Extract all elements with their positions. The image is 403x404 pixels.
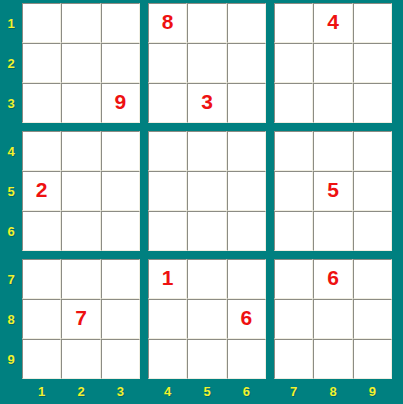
sudoku-cell-r3c8[interactable] [313,83,352,123]
col-label-5: 5 [187,379,226,404]
sudoku-box: 16 [148,259,266,379]
sudoku-cell-r8c8[interactable] [313,299,352,339]
row-label-5: 5 [0,171,22,211]
sudoku-cell-r6c6[interactable] [227,211,266,251]
col-label-group: 456 [148,379,266,404]
sudoku-cell-r6c8[interactable] [313,211,352,251]
sudoku-cell-r3c7[interactable] [274,83,313,123]
sudoku-cell-r1c2[interactable] [61,3,100,43]
col-label-group: 789 [274,379,392,404]
sudoku-cell-r4c2[interactable] [61,131,100,171]
col-label-3: 3 [101,379,140,404]
sudoku-cell-r1c5[interactable] [187,3,226,43]
sudoku-cell-r8c6[interactable]: 6 [227,299,266,339]
sudoku-cell-r5c3[interactable] [101,171,140,211]
sudoku-cell-r6c5[interactable] [187,211,226,251]
sudoku-cell-r9c6[interactable] [227,339,266,379]
sudoku-cell-r2c7[interactable] [274,43,313,83]
sudoku-cell-r8c3[interactable] [101,299,140,339]
sudoku-cell-r1c8[interactable]: 4 [313,3,352,43]
sudoku-cell-r8c1[interactable] [22,299,61,339]
sudoku-cell-r9c8[interactable] [313,339,352,379]
sudoku-cell-r5c7[interactable] [274,171,313,211]
sudoku-cell-r8c4[interactable] [148,299,187,339]
sudoku-cell-r6c3[interactable] [101,211,140,251]
sudoku-cell-r5c5[interactable] [187,171,226,211]
sudoku-cell-r9c7[interactable] [274,339,313,379]
row-label-6: 6 [0,211,22,251]
sudoku-box: 5 [274,131,392,251]
sudoku-cell-r2c3[interactable] [101,43,140,83]
sudoku-board: 9834257166 [22,3,392,379]
sudoku-cell-r3c3[interactable]: 9 [101,83,140,123]
sudoku-cell-r6c9[interactable] [353,211,392,251]
sudoku-box: 4 [274,3,392,123]
sudoku-cell-r8c9[interactable] [353,299,392,339]
sudoku-cell-r6c4[interactable] [148,211,187,251]
sudoku-cell-r8c7[interactable] [274,299,313,339]
sudoku-cell-r5c9[interactable] [353,171,392,211]
sudoku-cell-r9c2[interactable] [61,339,100,379]
sudoku-cell-r1c6[interactable] [227,3,266,43]
sudoku-page: 123456789 9834257166 123456789 [0,0,403,404]
sudoku-cell-r2c1[interactable] [22,43,61,83]
sudoku-cell-r7c4[interactable]: 1 [148,259,187,299]
sudoku-cell-r9c1[interactable] [22,339,61,379]
row-label-9: 9 [0,339,22,379]
col-label-group: 123 [22,379,140,404]
sudoku-cell-r5c8[interactable]: 5 [313,171,352,211]
sudoku-cell-r8c2[interactable]: 7 [61,299,100,339]
sudoku-cell-r9c4[interactable] [148,339,187,379]
sudoku-cell-r7c9[interactable] [353,259,392,299]
sudoku-cell-r2c8[interactable] [313,43,352,83]
col-label-4: 4 [148,379,187,404]
sudoku-cell-r7c6[interactable] [227,259,266,299]
row-label-2: 2 [0,43,22,83]
sudoku-cell-r2c4[interactable] [148,43,187,83]
sudoku-cell-r4c6[interactable] [227,131,266,171]
sudoku-cell-r2c9[interactable] [353,43,392,83]
col-label-7: 7 [274,379,313,404]
col-label-8: 8 [313,379,352,404]
sudoku-cell-r5c6[interactable] [227,171,266,211]
sudoku-cell-r7c8[interactable]: 6 [313,259,352,299]
sudoku-cell-r1c7[interactable] [274,3,313,43]
col-label-1: 1 [22,379,61,404]
sudoku-cell-r8c5[interactable] [187,299,226,339]
sudoku-cell-r3c1[interactable] [22,83,61,123]
sudoku-cell-r4c8[interactable] [313,131,352,171]
row-labels: 123456789 [0,3,22,379]
row-label-3: 3 [0,83,22,123]
col-label-6: 6 [227,379,266,404]
sudoku-cell-r4c4[interactable] [148,131,187,171]
row-label-group: 456 [0,131,22,251]
sudoku-cell-r9c9[interactable] [353,339,392,379]
col-label-2: 2 [61,379,100,404]
sudoku-cell-r1c1[interactable] [22,3,61,43]
sudoku-cell-r6c1[interactable] [22,211,61,251]
sudoku-cell-r9c5[interactable] [187,339,226,379]
sudoku-box: 9 [22,3,140,123]
sudoku-cell-r2c2[interactable] [61,43,100,83]
sudoku-cell-r1c3[interactable] [101,3,140,43]
row-label-1: 1 [0,3,22,43]
row-label-4: 4 [0,131,22,171]
sudoku-cell-r5c2[interactable] [61,171,100,211]
sudoku-cell-r9c3[interactable] [101,339,140,379]
sudoku-cell-r6c7[interactable] [274,211,313,251]
sudoku-cell-r3c5[interactable]: 3 [187,83,226,123]
sudoku-cell-r7c7[interactable] [274,259,313,299]
sudoku-box: 7 [22,259,140,379]
sudoku-cell-r4c9[interactable] [353,131,392,171]
sudoku-box: 83 [148,3,266,123]
sudoku-box: 6 [274,259,392,379]
row-label-7: 7 [0,259,22,299]
sudoku-cell-r7c5[interactable] [187,259,226,299]
sudoku-cell-r3c2[interactable] [61,83,100,123]
sudoku-cell-r3c4[interactable] [148,83,187,123]
sudoku-cell-r3c9[interactable] [353,83,392,123]
sudoku-box [148,131,266,251]
sudoku-cell-r4c5[interactable] [187,131,226,171]
row-label-group: 123 [0,3,22,123]
sudoku-cell-r6c2[interactable] [61,211,100,251]
sudoku-cell-r1c4[interactable]: 8 [148,3,187,43]
row-label-8: 8 [0,299,22,339]
sudoku-cell-r2c5[interactable] [187,43,226,83]
sudoku-cell-r2c6[interactable] [227,43,266,83]
row-label-group: 789 [0,259,22,379]
col-labels: 123456789 [22,379,392,404]
sudoku-cell-r7c2[interactable] [61,259,100,299]
sudoku-cell-r1c9[interactable] [353,3,392,43]
sudoku-cell-r4c7[interactable] [274,131,313,171]
col-label-9: 9 [353,379,392,404]
sudoku-cell-r4c1[interactable] [22,131,61,171]
sudoku-cell-r7c1[interactable] [22,259,61,299]
sudoku-cell-r4c3[interactable] [101,131,140,171]
sudoku-cell-r5c4[interactable] [148,171,187,211]
sudoku-cell-r3c6[interactable] [227,83,266,123]
sudoku-cell-r7c3[interactable] [101,259,140,299]
sudoku-cell-r5c1[interactable]: 2 [22,171,61,211]
sudoku-box: 2 [22,131,140,251]
